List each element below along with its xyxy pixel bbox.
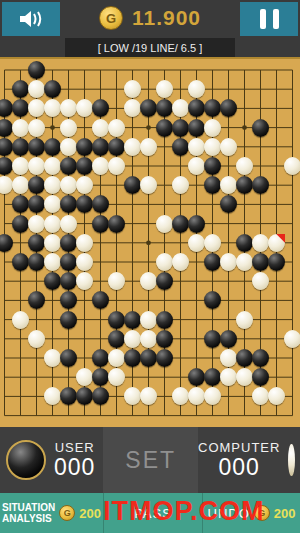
black-stone (204, 157, 221, 175)
white-stone (60, 119, 77, 137)
white-stone (44, 253, 61, 271)
black-stone (28, 61, 45, 79)
white-stone (252, 234, 269, 252)
black-stone (124, 349, 141, 367)
white-stone (124, 138, 141, 156)
white-stone (124, 330, 141, 348)
black-stone (204, 330, 221, 348)
go-board[interactable] (0, 57, 300, 427)
user-score: 000 (54, 455, 95, 479)
black-stone (12, 215, 29, 233)
black-stone (124, 311, 141, 329)
watermark-text: ITMOP.COM (103, 496, 265, 527)
white-stone (284, 157, 300, 175)
white-stone (172, 253, 189, 271)
white-stone (44, 349, 61, 367)
black-stone (92, 349, 109, 367)
white-stone (12, 119, 29, 137)
black-stone (268, 253, 285, 271)
coin-icon: G (99, 6, 123, 30)
last-move-marker (276, 234, 285, 243)
set-button[interactable]: SET (103, 427, 198, 493)
score-panel: USER 000 SET COMPUTER 000 (0, 427, 300, 493)
analysis-label-line1: SITUATION (2, 502, 55, 514)
black-stone (28, 253, 45, 271)
white-stone (12, 157, 29, 175)
white-stone (220, 138, 237, 156)
black-stone (252, 349, 269, 367)
black-stone (108, 330, 125, 348)
white-stone (60, 138, 77, 156)
game-settings-strip: [ LOW /19 LINE/ 6.5 ] (65, 38, 235, 57)
white-stone (236, 157, 253, 175)
white-stone (44, 157, 61, 175)
white-stone (188, 234, 205, 252)
black-stone (28, 234, 45, 252)
white-stone (156, 253, 173, 271)
white-stone (92, 119, 109, 137)
black-stone (188, 215, 205, 233)
black-stone (156, 119, 173, 137)
computer-label: COMPUTER (198, 441, 280, 455)
black-stone (60, 349, 77, 367)
white-stone (108, 119, 125, 137)
white-stone (108, 349, 125, 367)
white-stone (60, 215, 77, 233)
black-stone (220, 330, 237, 348)
black-stone (76, 157, 93, 175)
black-stone (108, 215, 125, 233)
white-stone (236, 311, 253, 329)
computer-score-block: COMPUTER 000 (198, 441, 300, 479)
situation-analysis-button[interactable]: SITUATION ANALYSIS G 200 (0, 493, 104, 533)
white-stone (204, 138, 221, 156)
white-stone (44, 234, 61, 252)
white-stone (76, 253, 93, 271)
black-stone (140, 349, 157, 367)
black-stone (156, 349, 173, 367)
black-stone-icon (6, 440, 46, 480)
black-stone (156, 330, 173, 348)
black-stone (28, 138, 45, 156)
user-score-block: USER 000 (0, 440, 103, 480)
white-stone (284, 330, 300, 348)
black-stone (236, 234, 253, 252)
white-stone (188, 157, 205, 175)
pause-icon (260, 9, 279, 29)
white-stone (156, 215, 173, 233)
coin-icon: G (59, 505, 75, 521)
black-stone (188, 119, 205, 137)
white-stone (140, 138, 157, 156)
white-stone (220, 349, 237, 367)
black-stone (252, 119, 269, 137)
white-stone-icon (288, 444, 295, 476)
go-app-screen: G 11.900 [ LOW /19 LINE/ 6.5 ] USER 000 … (0, 0, 300, 533)
black-stone (60, 311, 77, 329)
white-stone (188, 138, 205, 156)
computer-score: 000 (219, 455, 260, 479)
black-stone (60, 157, 77, 175)
user-label: USER (55, 441, 95, 455)
black-stone (76, 138, 93, 156)
black-stone (60, 234, 77, 252)
white-stone (44, 215, 61, 233)
black-stone (12, 138, 29, 156)
set-button-label: SET (125, 447, 176, 474)
black-stone (60, 253, 77, 271)
analysis-label-line2: ANALYSIS (2, 513, 55, 525)
white-stone (140, 330, 157, 348)
black-stone (172, 119, 189, 137)
top-bar: G 11.900 [ LOW /19 LINE/ 6.5 ] (0, 0, 300, 57)
white-stone (28, 157, 45, 175)
black-stone (236, 349, 253, 367)
analysis-cost: 200 (79, 506, 101, 521)
white-stone (92, 157, 109, 175)
white-stone (28, 215, 45, 233)
black-stone (172, 215, 189, 233)
white-stone (76, 234, 93, 252)
white-stone (12, 311, 29, 329)
black-stone (92, 215, 109, 233)
coin-balance: 11.900 (132, 6, 201, 30)
white-stone (236, 253, 253, 271)
black-stone (108, 311, 125, 329)
undo-cost: 200 (274, 506, 296, 521)
black-stone (156, 311, 173, 329)
white-stone (268, 234, 285, 252)
black-stone (92, 138, 109, 156)
white-stone (140, 311, 157, 329)
game-settings-text: [ LOW /19 LINE/ 6.5 ] (98, 42, 203, 54)
pause-button[interactable] (240, 2, 298, 36)
white-stone (204, 119, 221, 137)
black-stone (252, 253, 269, 271)
black-stone (12, 253, 29, 271)
white-stone (204, 234, 221, 252)
white-stone (108, 157, 125, 175)
black-stone (108, 138, 125, 156)
white-stone (28, 119, 45, 137)
black-stone (204, 253, 221, 271)
black-stone (44, 138, 61, 156)
white-stone (220, 253, 237, 271)
black-stone (172, 138, 189, 156)
white-stone (28, 330, 45, 348)
